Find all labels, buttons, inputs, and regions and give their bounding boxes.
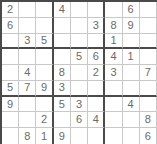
cell-r4-c8[interactable]: 1 [123, 49, 140, 65]
cell-r2-c7[interactable]: 8 [105, 18, 122, 34]
cell-r6-c7[interactable] [105, 81, 122, 97]
cell-r5-c1[interactable] [2, 65, 19, 81]
cell-r6-c3[interactable]: 9 [36, 81, 53, 97]
cell-r2-c4[interactable] [54, 18, 71, 34]
cell-r5-c6[interactable]: 2 [88, 65, 105, 81]
cell-r1-c8[interactable]: 6 [123, 2, 140, 18]
cell-r5-c4[interactable]: 8 [54, 65, 71, 81]
cell-r2-c9[interactable] [140, 18, 157, 34]
cell-r1-c9[interactable] [140, 2, 157, 18]
cell-r5-c8[interactable] [123, 65, 140, 81]
cell-r9-c5[interactable] [71, 128, 88, 144]
cell-r1-c6[interactable] [88, 2, 105, 18]
cell-r9-c4[interactable]: 9 [54, 128, 71, 144]
cell-r1-c4[interactable]: 4 [54, 2, 71, 18]
cell-r1-c7[interactable] [105, 2, 122, 18]
cell-r5-c3[interactable] [36, 65, 53, 81]
cell-r9-c2[interactable]: 8 [19, 128, 36, 144]
cell-r8-c9[interactable]: 8 [140, 112, 157, 128]
cell-r2-c6[interactable]: 3 [88, 18, 105, 34]
cell-r3-c8[interactable] [123, 34, 140, 50]
cell-r2-c8[interactable]: 9 [123, 18, 140, 34]
cell-r3-c5[interactable] [71, 34, 88, 50]
cell-r8-c7[interactable] [105, 112, 122, 128]
cell-r2-c1[interactable]: 6 [2, 18, 19, 34]
cell-r3-c3[interactable]: 5 [36, 34, 53, 50]
cell-r7-c1[interactable]: 9 [2, 97, 19, 113]
cell-r4-c1[interactable] [2, 49, 19, 65]
cell-r4-c6[interactable]: 6 [88, 49, 105, 65]
cell-r6-c4[interactable]: 3 [54, 81, 71, 97]
cell-r4-c5[interactable]: 5 [71, 49, 88, 65]
cell-r8-c3[interactable]: 2 [36, 112, 53, 128]
cell-r7-c7[interactable] [105, 97, 122, 113]
cell-r3-c2[interactable]: 3 [19, 34, 36, 50]
cell-r9-c9[interactable]: 6 [140, 128, 157, 144]
cell-r4-c4[interactable] [54, 49, 71, 65]
cell-r2-c2[interactable] [19, 18, 36, 34]
cell-r4-c9[interactable] [140, 49, 157, 65]
cell-r8-c1[interactable] [2, 112, 19, 128]
cell-r3-c7[interactable]: 1 [105, 34, 122, 50]
cell-r2-c3[interactable] [36, 18, 53, 34]
cell-r9-c8[interactable] [123, 128, 140, 144]
cell-r8-c4[interactable] [54, 112, 71, 128]
cell-r8-c8[interactable] [123, 112, 140, 128]
cell-r1-c2[interactable] [19, 2, 36, 18]
cell-r3-c9[interactable] [140, 34, 157, 50]
cell-r5-c9[interactable]: 7 [140, 65, 157, 81]
cell-r1-c1[interactable]: 2 [2, 2, 19, 18]
cell-r1-c3[interactable] [36, 2, 53, 18]
cell-r8-c6[interactable]: 4 [88, 112, 105, 128]
cell-r4-c7[interactable]: 4 [105, 49, 122, 65]
cell-r3-c6[interactable] [88, 34, 105, 50]
cell-r6-c8[interactable] [123, 81, 140, 97]
cell-r6-c2[interactable]: 7 [19, 81, 36, 97]
cell-r2-c5[interactable] [71, 18, 88, 34]
cell-r7-c4[interactable]: 5 [54, 97, 71, 113]
cell-r9-c1[interactable] [2, 128, 19, 144]
cell-r4-c3[interactable] [36, 49, 53, 65]
cell-r9-c6[interactable] [88, 128, 105, 144]
cell-r6-c1[interactable]: 5 [2, 81, 19, 97]
cell-r9-c3[interactable]: 1 [36, 128, 53, 144]
cell-r8-c2[interactable] [19, 112, 36, 128]
cell-r7-c8[interactable]: 4 [123, 97, 140, 113]
cell-r1-c5[interactable] [71, 2, 88, 18]
cell-r3-c1[interactable] [2, 34, 19, 50]
cell-r5-c2[interactable]: 4 [19, 65, 36, 81]
cell-r5-c7[interactable]: 3 [105, 65, 122, 81]
sudoku-board: 24663893515641482375793953426488196 [0, 0, 157, 144]
cell-r9-c7[interactable] [105, 128, 122, 144]
cell-r7-c9[interactable] [140, 97, 157, 113]
cell-r7-c5[interactable]: 3 [71, 97, 88, 113]
cell-r7-c6[interactable] [88, 97, 105, 113]
cell-r7-c2[interactable] [19, 97, 36, 113]
cell-r6-c6[interactable] [88, 81, 105, 97]
cell-r5-c5[interactable] [71, 65, 88, 81]
cell-r7-c3[interactable] [36, 97, 53, 113]
cell-r4-c2[interactable] [19, 49, 36, 65]
cell-r6-c9[interactable] [140, 81, 157, 97]
cell-r6-c5[interactable] [71, 81, 88, 97]
cell-r8-c5[interactable]: 6 [71, 112, 88, 128]
sudoku-grid: 24663893515641482375793953426488196 [2, 2, 157, 144]
cell-r3-c4[interactable] [54, 34, 71, 50]
